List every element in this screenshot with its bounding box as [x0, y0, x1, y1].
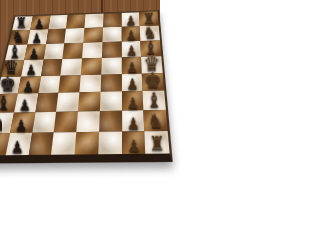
square-r4c4[interactable] — [79, 74, 101, 92]
square-r1c5[interactable] — [102, 27, 121, 42]
square-r0c2[interactable] — [48, 15, 68, 29]
square-r7c7[interactable]: ♜ — [145, 131, 160, 154]
chess-board: ♜♟♟♜♞♟♟♞♝♟♟♝♛♟♟♛♚♟♟♚♝♟♟♝♞♟♟♞♜♟♟♜ — [0, 10, 160, 160]
white-pawn[interactable]: ♟ — [121, 115, 144, 131]
white-pawn[interactable]: ♟ — [121, 59, 142, 74]
square-r3c2[interactable] — [41, 59, 63, 76]
square-r6c2[interactable] — [32, 112, 57, 133]
black-knight[interactable]: ♞ — [0, 114, 10, 134]
white-pawn[interactable]: ♟ — [121, 137, 145, 154]
photo-scene: ♜♟♟♜♞♟♟♞♝♟♟♝♛♟♟♛♚♟♟♚♝♟♟♝♞♟♟♞♜♟♟♜ — [0, 0, 160, 160]
square-r6c1[interactable]: ♟ — [10, 112, 35, 133]
white-pawn[interactable]: ♟ — [121, 43, 141, 57]
black-pawn[interactable]: ♟ — [30, 17, 48, 30]
board-grid: ♜♟♟♜♞♟♟♞♝♟♟♝♛♟♟♛♚♟♟♚♝♟♟♝♞♟♟♞♜♟♟♜ — [0, 12, 160, 156]
square-r0c1[interactable]: ♟ — [30, 16, 50, 30]
square-r6c7[interactable]: ♞ — [144, 110, 160, 131]
white-pawn[interactable]: ♟ — [121, 14, 140, 28]
square-r1c1[interactable]: ♟ — [27, 29, 48, 44]
black-pawn[interactable]: ♟ — [21, 62, 41, 77]
white-bishop[interactable]: ♝ — [143, 90, 160, 111]
square-r1c3[interactable] — [64, 28, 84, 43]
square-r4c2[interactable] — [38, 75, 61, 93]
square-r5c2[interactable] — [35, 93, 59, 112]
black-pawn[interactable]: ♟ — [18, 79, 39, 94]
square-r5c1[interactable]: ♟ — [14, 93, 38, 112]
square-r3c3[interactable] — [61, 58, 82, 75]
square-r0c6[interactable]: ♟ — [121, 12, 140, 26]
square-r1c6[interactable]: ♟ — [121, 26, 140, 41]
white-pawn[interactable]: ♟ — [121, 95, 143, 111]
square-r0c3[interactable] — [66, 14, 85, 28]
square-r4c1[interactable]: ♟ — [17, 76, 40, 94]
square-r6c3[interactable] — [54, 112, 78, 133]
square-r5c4[interactable] — [78, 92, 100, 112]
square-r3c6[interactable]: ♟ — [121, 56, 142, 73]
square-r7c5[interactable] — [98, 132, 122, 155]
square-r0c5[interactable] — [103, 13, 122, 27]
white-pawn[interactable]: ♟ — [121, 77, 143, 92]
black-rook[interactable]: ♜ — [0, 137, 6, 156]
square-r2c2[interactable] — [43, 43, 64, 59]
square-r7c4[interactable] — [75, 132, 99, 155]
square-r1c4[interactable] — [83, 27, 103, 42]
square-r4c3[interactable] — [59, 75, 81, 93]
square-r6c6[interactable]: ♟ — [122, 111, 145, 132]
square-r4c5[interactable] — [100, 74, 121, 92]
square-r2c1[interactable]: ♟ — [24, 44, 46, 60]
square-r1c2[interactable] — [46, 29, 66, 44]
black-pawn[interactable]: ♟ — [27, 31, 46, 45]
white-pawn[interactable]: ♟ — [121, 28, 140, 42]
white-rook[interactable]: ♜ — [145, 134, 160, 154]
black-pawn[interactable]: ♟ — [14, 98, 35, 114]
square-r5c3[interactable] — [56, 93, 79, 113]
square-r5c6[interactable]: ♟ — [121, 91, 143, 111]
square-r7c2[interactable] — [28, 133, 54, 155]
square-r5c7[interactable]: ♝ — [143, 91, 160, 111]
square-r4c6[interactable]: ♟ — [121, 73, 142, 91]
square-r2c4[interactable] — [82, 42, 102, 58]
square-r5c5[interactable] — [100, 92, 122, 112]
square-r2c3[interactable] — [63, 43, 84, 59]
black-pawn[interactable]: ♟ — [24, 46, 43, 60]
square-r7c6[interactable]: ♟ — [122, 131, 146, 154]
board-rim: ♜♟♟♜♞♟♟♞♝♟♟♝♛♟♟♛♚♟♟♚♝♟♟♝♞♟♟♞♜♟♟♜ — [0, 10, 160, 160]
square-r3c1[interactable]: ♟ — [21, 59, 43, 76]
square-r6c5[interactable] — [99, 111, 122, 132]
black-bishop[interactable]: ♝ — [0, 93, 14, 113]
white-knight[interactable]: ♞ — [144, 111, 160, 131]
square-r6c4[interactable] — [76, 111, 99, 132]
square-r7c1[interactable]: ♟ — [5, 133, 31, 155]
square-r2c6[interactable]: ♟ — [121, 41, 141, 57]
square-r2c5[interactable] — [102, 41, 122, 57]
black-pawn[interactable]: ♟ — [10, 117, 32, 133]
square-r3c4[interactable] — [81, 58, 102, 75]
square-r3c5[interactable] — [101, 57, 121, 74]
square-r7c3[interactable] — [51, 132, 76, 154]
square-r0c4[interactable] — [84, 14, 103, 28]
black-pawn[interactable]: ♟ — [6, 139, 29, 156]
